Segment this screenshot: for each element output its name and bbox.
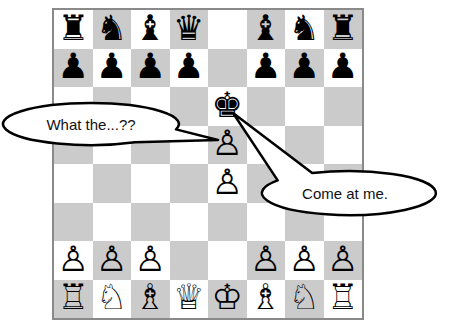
square-e3[interactable] — [208, 203, 247, 242]
square-c7[interactable]: ♟ — [131, 49, 170, 88]
square-b5[interactable] — [93, 126, 132, 165]
square-c1[interactable]: ♗ — [131, 280, 170, 319]
square-c5[interactable] — [131, 126, 170, 165]
square-e8[interactable] — [208, 10, 247, 49]
square-d4[interactable] — [170, 164, 209, 203]
square-f6[interactable] — [247, 87, 286, 126]
white-rook-h1: ♖ — [327, 280, 358, 315]
white-bishop-f1: ♗ — [250, 280, 281, 315]
square-f7[interactable]: ♟ — [247, 49, 286, 88]
square-a4[interactable] — [54, 164, 93, 203]
white-pawn-h2: ♙ — [327, 242, 358, 277]
square-e5[interactable]: ♙ — [208, 126, 247, 165]
white-knight-b1: ♘ — [96, 280, 127, 315]
square-d2[interactable] — [170, 241, 209, 280]
square-e7[interactable] — [208, 49, 247, 88]
white-pawn-g2: ♙ — [289, 242, 320, 277]
square-e6[interactable]: ♚ — [208, 87, 247, 126]
square-d7[interactable]: ♟ — [170, 49, 209, 88]
square-b8[interactable]: ♞ — [93, 10, 132, 49]
square-f1[interactable]: ♗ — [247, 280, 286, 319]
square-b7[interactable]: ♟ — [93, 49, 132, 88]
chess-meme-canvas: ♜♞♝♛♝♞♜♟♟♟♟♟♟♟♚♙♙♙♙♙♙♙♙♖♘♗♕♔♗♘♖ What the… — [0, 0, 450, 329]
square-b6[interactable] — [93, 87, 132, 126]
black-bishop-c8: ♝ — [135, 11, 166, 46]
black-pawn-a7: ♟ — [58, 49, 89, 84]
square-c8[interactable]: ♝ — [131, 10, 170, 49]
black-queen-d8: ♛ — [173, 11, 204, 46]
black-pawn-c7: ♟ — [135, 49, 166, 84]
black-rook-h8: ♜ — [327, 11, 358, 46]
square-d3[interactable] — [170, 203, 209, 242]
black-knight-b8: ♞ — [96, 11, 127, 46]
white-pawn-f2: ♙ — [250, 242, 281, 277]
square-b2[interactable]: ♙ — [93, 241, 132, 280]
square-d6[interactable] — [170, 87, 209, 126]
square-b4[interactable] — [93, 164, 132, 203]
square-e2[interactable] — [208, 241, 247, 280]
black-pawn-h7: ♟ — [327, 49, 358, 84]
black-pawn-g7: ♟ — [289, 49, 320, 84]
square-a5[interactable] — [54, 126, 93, 165]
black-pawn-d7: ♟ — [173, 49, 204, 84]
black-king-e6: ♚ — [212, 88, 243, 123]
square-h6[interactable] — [324, 87, 363, 126]
square-g3[interactable] — [285, 203, 324, 242]
square-d5[interactable] — [170, 126, 209, 165]
chess-board: ♜♞♝♛♝♞♜♟♟♟♟♟♟♟♚♙♙♙♙♙♙♙♙♖♘♗♕♔♗♘♖ — [52, 8, 364, 320]
square-f4[interactable] — [247, 164, 286, 203]
square-e1[interactable]: ♔ — [208, 280, 247, 319]
square-g2[interactable]: ♙ — [285, 241, 324, 280]
white-queen-d1: ♕ — [173, 280, 204, 315]
square-g1[interactable]: ♘ — [285, 280, 324, 319]
square-g6[interactable] — [285, 87, 324, 126]
white-pawn-e4: ♙ — [212, 165, 243, 200]
square-g5[interactable] — [285, 126, 324, 165]
white-pawn-b2: ♙ — [96, 242, 127, 277]
square-f5[interactable] — [247, 126, 286, 165]
square-e4[interactable]: ♙ — [208, 164, 247, 203]
square-h3[interactable] — [324, 203, 363, 242]
square-g8[interactable]: ♞ — [285, 10, 324, 49]
square-a7[interactable]: ♟ — [54, 49, 93, 88]
square-h7[interactable]: ♟ — [324, 49, 363, 88]
square-h1[interactable]: ♖ — [324, 280, 363, 319]
black-bishop-f8: ♝ — [250, 11, 281, 46]
white-pawn-a2: ♙ — [58, 242, 89, 277]
white-pawn-c2: ♙ — [135, 242, 166, 277]
square-a6[interactable] — [54, 87, 93, 126]
square-f3[interactable] — [247, 203, 286, 242]
black-knight-g8: ♞ — [289, 11, 320, 46]
square-a2[interactable]: ♙ — [54, 241, 93, 280]
square-a8[interactable]: ♜ — [54, 10, 93, 49]
square-g4[interactable] — [285, 164, 324, 203]
black-rook-a8: ♜ — [58, 11, 89, 46]
square-g7[interactable]: ♟ — [285, 49, 324, 88]
square-f8[interactable]: ♝ — [247, 10, 286, 49]
square-a1[interactable]: ♖ — [54, 280, 93, 319]
square-c4[interactable] — [131, 164, 170, 203]
white-knight-g1: ♘ — [289, 280, 320, 315]
white-rook-a1: ♖ — [58, 280, 89, 315]
white-king-e1: ♔ — [212, 280, 243, 315]
square-c2[interactable]: ♙ — [131, 241, 170, 280]
square-h5[interactable] — [324, 126, 363, 165]
square-b1[interactable]: ♘ — [93, 280, 132, 319]
square-c6[interactable] — [131, 87, 170, 126]
black-pawn-b7: ♟ — [96, 49, 127, 84]
square-h4[interactable] — [324, 164, 363, 203]
square-h2[interactable]: ♙ — [324, 241, 363, 280]
square-d8[interactable]: ♛ — [170, 10, 209, 49]
white-bishop-c1: ♗ — [135, 280, 166, 315]
square-h8[interactable]: ♜ — [324, 10, 363, 49]
square-b3[interactable] — [93, 203, 132, 242]
square-c3[interactable] — [131, 203, 170, 242]
square-f2[interactable]: ♙ — [247, 241, 286, 280]
black-pawn-f7: ♟ — [250, 49, 281, 84]
square-a3[interactable] — [54, 203, 93, 242]
square-d1[interactable]: ♕ — [170, 280, 209, 319]
white-pawn-e5: ♙ — [212, 126, 243, 161]
